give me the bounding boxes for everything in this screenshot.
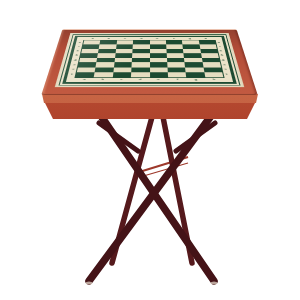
file-label-h: h	[205, 78, 224, 82]
square-g1[interactable]	[186, 72, 205, 77]
file-label-c: c	[112, 78, 131, 82]
file-labels-bottom: abcdefgh	[75, 78, 225, 82]
square-c1[interactable]	[113, 72, 132, 77]
square-e1[interactable]	[150, 72, 168, 77]
square-a1[interactable]	[76, 72, 95, 77]
chess-board[interactable]	[76, 40, 224, 77]
file-label-d: d	[131, 78, 150, 82]
file-label-b: b	[93, 78, 112, 82]
file-label-e: e	[150, 78, 169, 82]
rank-label-8: 8	[215, 40, 223, 44]
right-foot-glide	[86, 281, 93, 284]
rank-label-1: 1	[223, 72, 232, 77]
file-label-g: g	[186, 78, 205, 82]
square-d1[interactable]	[131, 72, 149, 77]
board-sheet: abcdefgh abcdefgh 87654321 87654321	[55, 33, 245, 87]
rank-label-3: 3	[220, 62, 228, 67]
square-h1[interactable]	[204, 72, 223, 77]
rank-label-7: 7	[216, 45, 224, 49]
file-label-a: a	[75, 78, 94, 82]
rank-label-2: 2	[222, 67, 230, 72]
scene: abcdefgh abcdefgh 87654321 87654321	[0, 0, 300, 300]
square-f1[interactable]	[168, 72, 187, 77]
rank-label-4: 4	[219, 58, 227, 63]
left-foot-glide	[211, 281, 218, 284]
tabletop-wood-frame: abcdefgh abcdefgh 87654321 87654321	[41, 29, 257, 94]
rank-label-6: 6	[217, 49, 225, 53]
rank-label-5: 5	[218, 53, 226, 58]
file-label-f: f	[168, 78, 187, 82]
square-b1[interactable]	[94, 72, 113, 77]
